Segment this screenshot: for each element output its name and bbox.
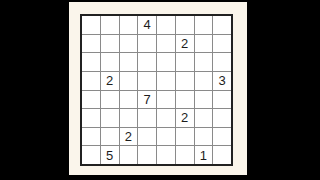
cell-r5c8[interactable] xyxy=(213,91,231,109)
cell-r8c8[interactable] xyxy=(213,146,231,164)
cell-r1c5[interactable] xyxy=(157,16,175,34)
cell-r4c2[interactable]: 2 xyxy=(101,72,119,90)
cell-r2c8[interactable] xyxy=(213,35,231,53)
cell-r5c4[interactable]: 7 xyxy=(138,91,156,109)
cell-r5c7[interactable] xyxy=(195,91,213,109)
cell-r2c6[interactable]: 2 xyxy=(176,35,194,53)
cell-r8c4[interactable] xyxy=(138,146,156,164)
cell-r2c7[interactable] xyxy=(195,35,213,53)
cell-r6c2[interactable] xyxy=(101,109,119,127)
cell-r3c8[interactable] xyxy=(213,53,231,71)
pillarbox-background: 422372251 xyxy=(0,0,320,180)
cell-r7c5[interactable] xyxy=(157,128,175,146)
cell-r4c7[interactable] xyxy=(195,72,213,90)
puzzle-grid: 422372251 xyxy=(80,14,233,166)
cell-r6c4[interactable] xyxy=(138,109,156,127)
cell-r5c3[interactable] xyxy=(120,91,138,109)
cell-r3c7[interactable] xyxy=(195,53,213,71)
cell-r3c1[interactable] xyxy=(82,53,100,71)
cell-r6c5[interactable] xyxy=(157,109,175,127)
cell-r1c3[interactable] xyxy=(120,16,138,34)
cell-r8c1[interactable] xyxy=(82,146,100,164)
cell-r6c8[interactable] xyxy=(213,109,231,127)
cell-r6c7[interactable] xyxy=(195,109,213,127)
cell-r6c1[interactable] xyxy=(82,109,100,127)
cell-r1c2[interactable] xyxy=(101,16,119,34)
cell-r8c2[interactable]: 5 xyxy=(101,146,119,164)
cell-r7c3[interactable]: 2 xyxy=(120,128,138,146)
cell-r2c2[interactable] xyxy=(101,35,119,53)
cell-r8c5[interactable] xyxy=(157,146,175,164)
cell-r2c3[interactable] xyxy=(120,35,138,53)
cell-r7c6[interactable] xyxy=(176,128,194,146)
cell-r7c1[interactable] xyxy=(82,128,100,146)
cell-r5c6[interactable] xyxy=(176,91,194,109)
cell-r8c3[interactable] xyxy=(120,146,138,164)
cell-r7c7[interactable] xyxy=(195,128,213,146)
cell-r4c1[interactable] xyxy=(82,72,100,90)
cell-r1c4[interactable]: 4 xyxy=(138,16,156,34)
cell-r3c5[interactable] xyxy=(157,53,175,71)
cell-r3c4[interactable] xyxy=(138,53,156,71)
cell-r4c4[interactable] xyxy=(138,72,156,90)
cell-r1c6[interactable] xyxy=(176,16,194,34)
cell-r5c5[interactable] xyxy=(157,91,175,109)
cell-r4c6[interactable] xyxy=(176,72,194,90)
cell-r2c5[interactable] xyxy=(157,35,175,53)
cell-r4c5[interactable] xyxy=(157,72,175,90)
cell-r1c1[interactable] xyxy=(82,16,100,34)
cell-r4c3[interactable] xyxy=(120,72,138,90)
cell-r7c2[interactable] xyxy=(101,128,119,146)
cell-r8c7[interactable]: 1 xyxy=(195,146,213,164)
cell-r7c4[interactable] xyxy=(138,128,156,146)
cell-r3c2[interactable] xyxy=(101,53,119,71)
cell-r4c8[interactable]: 3 xyxy=(213,72,231,90)
cell-r8c6[interactable] xyxy=(176,146,194,164)
puzzle-panel: 422372251 xyxy=(69,2,247,175)
cell-r1c8[interactable] xyxy=(213,16,231,34)
cell-r2c4[interactable] xyxy=(138,35,156,53)
cell-r5c2[interactable] xyxy=(101,91,119,109)
cell-r7c8[interactable] xyxy=(213,128,231,146)
cell-r6c3[interactable] xyxy=(120,109,138,127)
cell-r2c1[interactable] xyxy=(82,35,100,53)
cell-r3c3[interactable] xyxy=(120,53,138,71)
cell-r1c7[interactable] xyxy=(195,16,213,34)
cell-r5c1[interactable] xyxy=(82,91,100,109)
cell-r6c6[interactable]: 2 xyxy=(176,109,194,127)
cell-r3c6[interactable] xyxy=(176,53,194,71)
